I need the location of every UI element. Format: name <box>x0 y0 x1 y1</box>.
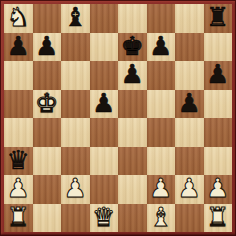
square-e5[interactable] <box>118 90 147 119</box>
piece-white-pawn[interactable]: ♟ <box>206 175 229 202</box>
square-f2[interactable]: ♟ <box>147 175 176 204</box>
square-a8[interactable]: ♞ <box>4 4 33 33</box>
piece-white-queen[interactable]: ♛ <box>92 204 115 231</box>
square-b1[interactable] <box>33 204 62 233</box>
square-c4[interactable] <box>61 118 90 147</box>
square-d6[interactable] <box>90 61 119 90</box>
piece-black-pawn[interactable]: ♟ <box>121 61 144 88</box>
square-f4[interactable] <box>147 118 176 147</box>
square-a5[interactable] <box>4 90 33 119</box>
piece-black-pawn[interactable]: ♟ <box>178 90 201 117</box>
piece-black-bishop[interactable]: ♝ <box>64 4 87 31</box>
square-b4[interactable] <box>33 118 62 147</box>
square-b3[interactable] <box>33 147 62 176</box>
square-c1[interactable] <box>61 204 90 233</box>
square-g2[interactable]: ♟ <box>175 175 204 204</box>
square-b8[interactable] <box>33 4 62 33</box>
piece-white-pawn[interactable]: ♟ <box>178 175 201 202</box>
square-h6[interactable]: ♟ <box>204 61 233 90</box>
square-e3[interactable] <box>118 147 147 176</box>
square-d4[interactable] <box>90 118 119 147</box>
piece-white-knight[interactable]: ♞ <box>7 4 30 31</box>
square-b2[interactable] <box>33 175 62 204</box>
chess-board: ♞♝♜♟♟♚♟♟♟♚♟♟♛♟♟♟♟♟♜♛♝♜ <box>4 4 232 232</box>
square-c3[interactable] <box>61 147 90 176</box>
square-d3[interactable] <box>90 147 119 176</box>
square-e6[interactable]: ♟ <box>118 61 147 90</box>
square-b5[interactable]: ♚ <box>33 90 62 119</box>
square-h4[interactable] <box>204 118 233 147</box>
square-f3[interactable] <box>147 147 176 176</box>
square-g8[interactable] <box>175 4 204 33</box>
square-c2[interactable]: ♟ <box>61 175 90 204</box>
square-h5[interactable] <box>204 90 233 119</box>
square-d5[interactable]: ♟ <box>90 90 119 119</box>
square-d7[interactable] <box>90 33 119 62</box>
square-h1[interactable]: ♜ <box>204 204 233 233</box>
square-c8[interactable]: ♝ <box>61 4 90 33</box>
square-b7[interactable]: ♟ <box>33 33 62 62</box>
square-e7[interactable]: ♚ <box>118 33 147 62</box>
square-g3[interactable] <box>175 147 204 176</box>
square-h8[interactable]: ♜ <box>204 4 233 33</box>
square-a2[interactable]: ♟ <box>4 175 33 204</box>
piece-black-rook[interactable]: ♜ <box>206 4 229 31</box>
square-e1[interactable] <box>118 204 147 233</box>
square-d8[interactable] <box>90 4 119 33</box>
square-a3[interactable]: ♛ <box>4 147 33 176</box>
square-c7[interactable] <box>61 33 90 62</box>
square-h2[interactable]: ♟ <box>204 175 233 204</box>
square-g5[interactable]: ♟ <box>175 90 204 119</box>
piece-black-pawn[interactable]: ♟ <box>92 90 115 117</box>
square-a7[interactable]: ♟ <box>4 33 33 62</box>
square-e8[interactable] <box>118 4 147 33</box>
piece-black-pawn[interactable]: ♟ <box>206 61 229 88</box>
piece-white-pawn[interactable]: ♟ <box>149 175 172 202</box>
piece-white-rook[interactable]: ♜ <box>7 204 30 231</box>
piece-black-king[interactable]: ♚ <box>121 33 144 60</box>
piece-white-king[interactable]: ♚ <box>35 90 58 117</box>
square-g4[interactable] <box>175 118 204 147</box>
square-f7[interactable]: ♟ <box>147 33 176 62</box>
square-c5[interactable] <box>61 90 90 119</box>
square-a4[interactable] <box>4 118 33 147</box>
square-g1[interactable] <box>175 204 204 233</box>
square-e4[interactable] <box>118 118 147 147</box>
square-c6[interactable] <box>61 61 90 90</box>
piece-white-pawn[interactable]: ♟ <box>7 175 30 202</box>
square-e2[interactable] <box>118 175 147 204</box>
square-d2[interactable] <box>90 175 119 204</box>
piece-white-bishop[interactable]: ♝ <box>149 204 172 231</box>
board-frame: ♞♝♜♟♟♚♟♟♟♚♟♟♛♟♟♟♟♟♜♛♝♜ <box>0 0 236 236</box>
square-f1[interactable]: ♝ <box>147 204 176 233</box>
square-a6[interactable] <box>4 61 33 90</box>
piece-white-pawn[interactable]: ♟ <box>64 175 87 202</box>
square-g7[interactable] <box>175 33 204 62</box>
square-f5[interactable] <box>147 90 176 119</box>
square-h3[interactable] <box>204 147 233 176</box>
square-b6[interactable] <box>33 61 62 90</box>
square-a1[interactable]: ♜ <box>4 204 33 233</box>
square-d1[interactable]: ♛ <box>90 204 119 233</box>
square-h7[interactable] <box>204 33 233 62</box>
square-g6[interactable] <box>175 61 204 90</box>
square-f6[interactable] <box>147 61 176 90</box>
piece-black-pawn[interactable]: ♟ <box>149 33 172 60</box>
piece-black-queen[interactable]: ♛ <box>7 147 30 174</box>
piece-black-pawn[interactable]: ♟ <box>7 33 30 60</box>
square-f8[interactable] <box>147 4 176 33</box>
piece-black-pawn[interactable]: ♟ <box>35 33 58 60</box>
piece-white-rook[interactable]: ♜ <box>206 204 229 231</box>
